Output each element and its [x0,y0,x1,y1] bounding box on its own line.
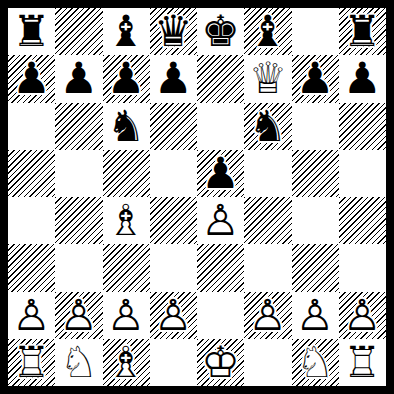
black-pawn-b7: ♟ [60,57,99,100]
square-g7[interactable]: ♟ [292,55,339,102]
square-c8[interactable]: ♝ [103,8,150,55]
white-knight-outline: ♘ [296,339,335,386]
square-h7[interactable]: ♟ [339,55,386,102]
square-c5[interactable] [103,150,150,197]
square-h5[interactable] [339,150,386,197]
square-g6[interactable] [292,103,339,150]
square-b5[interactable] [55,150,102,197]
white-rook-outline: ♖ [12,339,51,386]
white-pawn-h2: ♟♙ [343,294,382,337]
square-g1[interactable]: ♞♘ [292,339,339,386]
square-f5[interactable] [244,150,291,197]
white-queen-outline: ♕ [249,55,288,102]
square-b7[interactable]: ♟ [55,55,102,102]
black-king-e8: ♚ [201,10,240,53]
square-e7[interactable] [197,55,244,102]
square-e1[interactable]: ♚♔ [197,339,244,386]
white-knight-g1: ♞♘ [296,341,335,384]
white-king-outline: ♔ [201,339,240,386]
white-pawn-outline: ♙ [154,292,193,339]
black-pawn-e5: ♟ [201,152,240,195]
square-d6[interactable] [150,103,197,150]
square-g8[interactable] [292,8,339,55]
square-c7[interactable]: ♟ [103,55,150,102]
square-a7[interactable]: ♟ [8,55,55,102]
square-g3[interactable] [292,244,339,291]
white-pawn-b2: ♟♙ [60,294,99,337]
square-f7[interactable]: ♛♕ [244,55,291,102]
white-bishop-c4: ♝♗ [107,199,146,242]
black-pawn-g7: ♟ [296,57,335,100]
white-pawn-a2: ♟♙ [12,294,51,337]
square-a1[interactable]: ♜♖ [8,339,55,386]
black-knight-f6: ♞ [249,105,288,148]
square-a6[interactable] [8,103,55,150]
square-f3[interactable] [244,244,291,291]
white-pawn-g2: ♟♙ [296,294,335,337]
black-pawn-a7: ♟ [12,57,51,100]
square-d8[interactable]: ♛ [150,8,197,55]
square-e6[interactable] [197,103,244,150]
white-bishop-outline: ♗ [107,197,146,244]
square-e4[interactable]: ♟♙ [197,197,244,244]
white-pawn-outline: ♙ [201,197,240,244]
square-b3[interactable] [55,244,102,291]
white-king-e1: ♚♔ [201,341,240,384]
square-b4[interactable] [55,197,102,244]
square-e5[interactable]: ♟ [197,150,244,197]
square-c2[interactable]: ♟♙ [103,292,150,339]
square-h8[interactable]: ♜ [339,8,386,55]
square-c6[interactable]: ♞ [103,103,150,150]
black-rook-h8: ♜ [343,10,382,53]
square-g4[interactable] [292,197,339,244]
white-pawn-outline: ♙ [107,292,146,339]
square-b8[interactable] [55,8,102,55]
white-pawn-outline: ♙ [296,292,335,339]
white-pawn-f2: ♟♙ [249,294,288,337]
square-f2[interactable]: ♟♙ [244,292,291,339]
white-rook-a1: ♜♖ [12,341,51,384]
square-a4[interactable] [8,197,55,244]
square-c3[interactable] [103,244,150,291]
square-h4[interactable] [339,197,386,244]
square-a2[interactable]: ♟♙ [8,292,55,339]
square-d3[interactable] [150,244,197,291]
white-pawn-c2: ♟♙ [107,294,146,337]
square-a3[interactable] [8,244,55,291]
square-h6[interactable] [339,103,386,150]
square-f4[interactable] [244,197,291,244]
white-rook-outline: ♖ [343,339,382,386]
white-pawn-e4: ♟♙ [201,199,240,242]
square-a5[interactable] [8,150,55,197]
white-pawn-outline: ♙ [343,292,382,339]
square-d1[interactable] [150,339,197,386]
black-pawn-d7: ♟ [154,57,193,100]
black-queen-d8: ♛ [154,10,193,53]
chess-board: ♜♝♛♚♝♜♟♟♟♟♛♕♟♟♞♞♟♝♗♟♙♟♙♟♙♟♙♟♙♟♙♟♙♟♙♜♖♞♘♝… [8,8,386,386]
white-pawn-d2: ♟♙ [154,294,193,337]
square-d2[interactable]: ♟♙ [150,292,197,339]
square-g2[interactable]: ♟♙ [292,292,339,339]
black-pawn-c7: ♟ [107,57,146,100]
white-bishop-outline: ♗ [107,339,146,386]
square-g5[interactable] [292,150,339,197]
white-knight-outline: ♘ [60,339,99,386]
square-d5[interactable] [150,150,197,197]
square-a8[interactable]: ♜ [8,8,55,55]
white-knight-b1: ♞♘ [60,341,99,384]
square-f6[interactable]: ♞ [244,103,291,150]
square-d7[interactable]: ♟ [150,55,197,102]
black-bishop-c8: ♝ [107,10,146,53]
square-b6[interactable] [55,103,102,150]
square-e8[interactable]: ♚ [197,8,244,55]
white-queen-f7: ♛♕ [249,57,288,100]
chess-board-frame: ♜♝♛♚♝♜♟♟♟♟♛♕♟♟♞♞♟♝♗♟♙♟♙♟♙♟♙♟♙♟♙♟♙♟♙♜♖♞♘♝… [0,0,394,394]
square-c4[interactable]: ♝♗ [103,197,150,244]
square-f1[interactable] [244,339,291,386]
white-rook-h1: ♜♖ [343,341,382,384]
white-pawn-outline: ♙ [12,292,51,339]
square-h2[interactable]: ♟♙ [339,292,386,339]
black-pawn-h7: ♟ [343,57,382,100]
white-pawn-outline: ♙ [249,292,288,339]
square-f8[interactable]: ♝ [244,8,291,55]
square-e2[interactable] [197,292,244,339]
square-b1[interactable]: ♞♘ [55,339,102,386]
square-h1[interactable]: ♜♖ [339,339,386,386]
square-c1[interactable]: ♝♗ [103,339,150,386]
black-rook-a8: ♜ [12,10,51,53]
square-h3[interactable] [339,244,386,291]
square-e3[interactable] [197,244,244,291]
square-b2[interactable]: ♟♙ [55,292,102,339]
white-bishop-c1: ♝♗ [107,341,146,384]
square-d4[interactable] [150,197,197,244]
black-bishop-f8: ♝ [249,10,288,53]
white-pawn-outline: ♙ [60,292,99,339]
black-knight-c6: ♞ [107,105,146,148]
